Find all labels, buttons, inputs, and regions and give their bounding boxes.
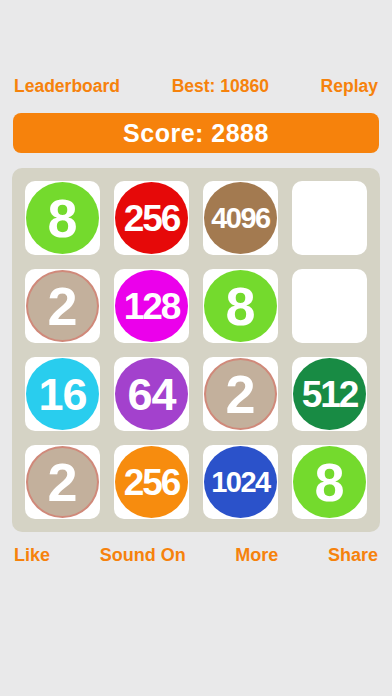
share-button[interactable]: Share (328, 545, 378, 566)
more-button[interactable]: More (235, 545, 278, 566)
board-cell: 4096 (203, 181, 278, 255)
tile-128: 128 (115, 270, 188, 342)
tile-8: 8 (26, 182, 99, 254)
tile-2: 2 (26, 446, 99, 518)
best-score-label: Best: 10860 (172, 76, 269, 97)
tile-8: 8 (204, 270, 277, 342)
board-cell: 8 (292, 445, 367, 519)
board-cell: 8 (25, 181, 100, 255)
board-cell: 128 (114, 269, 189, 343)
game-screen: Leaderboard Best: 10860 Replay Score: 28… (0, 0, 392, 696)
like-button[interactable]: Like (14, 545, 50, 566)
board-cell: 2 (25, 269, 100, 343)
score-banner: Score: 2888 (13, 113, 379, 153)
board-cell: 64 (114, 357, 189, 431)
board-cell: 256 (114, 181, 189, 255)
bottom-bar: Like Sound On More Share (0, 545, 392, 566)
board-cell (292, 269, 367, 343)
score-label: Score: 2888 (123, 119, 269, 148)
tile-16: 16 (26, 358, 99, 430)
tile-2: 2 (204, 358, 277, 430)
board-cell: 8 (203, 269, 278, 343)
tile-8: 8 (293, 446, 366, 518)
board[interactable]: 825640962128816642512225610248 (12, 168, 380, 532)
board-cell (292, 181, 367, 255)
board-cell: 2 (25, 445, 100, 519)
leaderboard-button[interactable]: Leaderboard (14, 76, 120, 97)
tile-64: 64 (115, 358, 188, 430)
tile-512: 512 (293, 358, 366, 430)
tile-256: 256 (115, 182, 188, 254)
board-cell: 256 (114, 445, 189, 519)
sound-toggle-button[interactable]: Sound On (100, 545, 186, 566)
board-cell: 1024 (203, 445, 278, 519)
tile-256: 256 (115, 446, 188, 518)
board-cell: 512 (292, 357, 367, 431)
board-cell: 2 (203, 357, 278, 431)
tile-1024: 1024 (204, 446, 277, 518)
tile-4096: 4096 (204, 182, 277, 254)
tile-2: 2 (26, 270, 99, 342)
top-bar: Leaderboard Best: 10860 Replay (0, 76, 392, 97)
replay-button[interactable]: Replay (321, 76, 378, 97)
board-cell: 16 (25, 357, 100, 431)
